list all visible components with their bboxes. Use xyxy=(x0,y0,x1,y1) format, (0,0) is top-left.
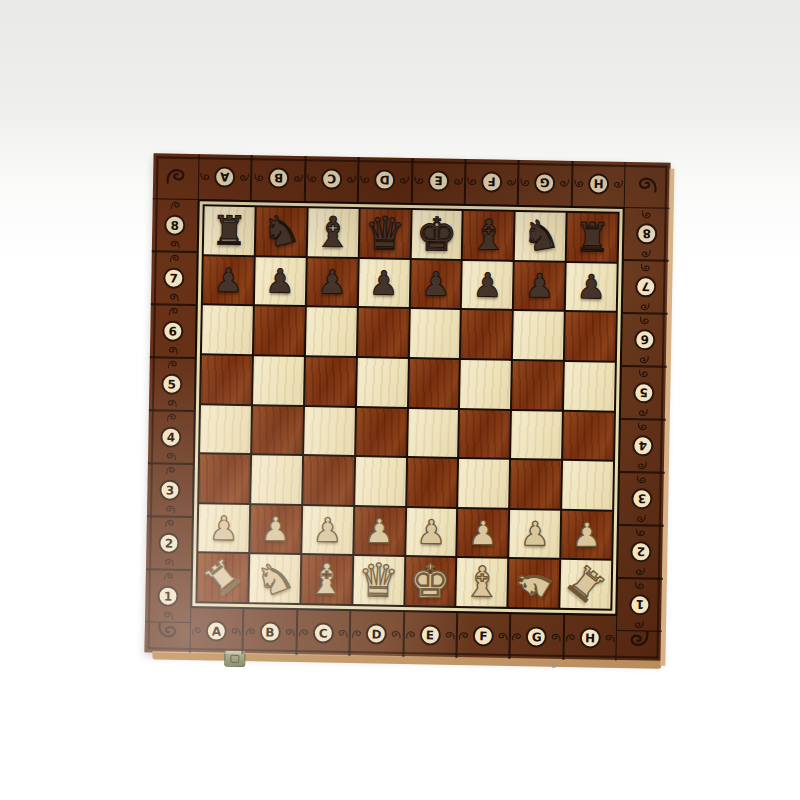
square-a2[interactable]: ♟ xyxy=(198,504,249,553)
scroll-curl-ornament xyxy=(413,175,425,187)
scroll-curl-ornament xyxy=(634,579,646,591)
scroll-curl-ornament xyxy=(351,628,363,640)
square-d6[interactable] xyxy=(358,308,409,357)
rank-label-right-2-text: 2 xyxy=(637,546,646,558)
file-label-top-g-text: G xyxy=(540,177,550,189)
piece-white-knight-b1[interactable]: ♞ xyxy=(250,553,299,604)
piece-black-pawn-c7[interactable]: ♟ xyxy=(317,265,347,299)
scroll-curl-ornament xyxy=(639,300,651,312)
scroll-curl-ornament xyxy=(565,631,577,643)
file-label-top-c-text: C xyxy=(327,173,336,185)
file-label-top-e-text: E xyxy=(434,175,442,187)
scroll-curl-ornament xyxy=(519,177,531,189)
rank-label-left-1: 1 xyxy=(145,569,191,623)
file-label-bottom-a-circle: A xyxy=(206,620,227,641)
square-f2[interactable]: ♟ xyxy=(458,509,509,558)
square-d3[interactable] xyxy=(355,457,406,506)
rank-label-right-1-circle: 1 xyxy=(629,594,650,615)
piece-white-pawn-b2[interactable]: ♟ xyxy=(260,512,290,546)
file-label-top-h: H xyxy=(571,161,625,207)
scroll-curl-ornament xyxy=(398,174,410,186)
square-c2[interactable]: ♟ xyxy=(302,506,353,555)
scroll-curl-ornament xyxy=(166,359,178,371)
rank-label-right-3-text: 3 xyxy=(638,493,647,505)
rank-label-left-4: 4 xyxy=(148,410,194,464)
file-label-bottom-c-text: C xyxy=(319,627,328,639)
rank-label-left-5: 5 xyxy=(149,357,195,411)
square-d8[interactable]: ♛ xyxy=(359,209,410,258)
scroll-curl-ornament xyxy=(558,177,570,189)
square-b7[interactable]: ♟ xyxy=(255,257,306,306)
file-label-bottom-b-text: B xyxy=(265,626,274,638)
scroll-curl-ornament xyxy=(230,625,242,637)
frame-corner-ornament-tl xyxy=(153,153,199,199)
file-label-bottom-b-circle: B xyxy=(259,621,280,642)
scroll-curl-ornament xyxy=(636,459,648,471)
scroll-curl-ornament xyxy=(497,630,509,642)
rank-label-right-7-text: 7 xyxy=(641,281,650,293)
file-label-bottom-h-circle: H xyxy=(579,627,600,648)
rank-label-left-6-circle: 6 xyxy=(162,320,183,341)
square-h1[interactable]: ♜ xyxy=(560,560,611,609)
rank-label-right-4-text: 4 xyxy=(639,440,648,452)
file-label-top-b-circle: B xyxy=(268,167,289,188)
square-c3[interactable] xyxy=(303,456,354,505)
frame-corner-ornament-tr xyxy=(625,162,671,208)
square-f8[interactable]: ♝ xyxy=(463,211,514,260)
file-label-top-c-circle: C xyxy=(321,168,342,189)
scroll-curl-ornament xyxy=(641,208,653,220)
square-h2[interactable]: ♟ xyxy=(561,511,612,560)
square-b3[interactable] xyxy=(251,455,302,504)
scroll-curl-ornament xyxy=(639,314,651,326)
piece-black-pawn-d7[interactable]: ♟ xyxy=(369,266,399,300)
board-inlay-margin: ♜♞♝♛♚♝♞♜♟♟♟♟♟♟♟♟♟♟♟♟♟♟♟♟♜♞♝♛♚♝♞♜ xyxy=(192,201,622,614)
scroll-curl-ornament xyxy=(511,630,523,642)
scroll-curl-ornament xyxy=(298,627,310,639)
rank-label-left-3-text: 3 xyxy=(166,484,175,496)
piece-black-pawn-e7[interactable]: ♟ xyxy=(421,267,451,301)
file-label-top-e-circle: E xyxy=(428,170,449,191)
rank-label-right-7-circle: 7 xyxy=(635,276,656,297)
rank-label-right-3-circle: 3 xyxy=(631,488,652,509)
square-c6[interactable] xyxy=(306,307,357,356)
file-label-top-f-text: F xyxy=(488,176,496,188)
square-f6[interactable] xyxy=(461,310,512,359)
square-a5[interactable] xyxy=(201,355,252,404)
square-h3[interactable] xyxy=(562,461,613,510)
rank-label-left-1-circle: 1 xyxy=(157,585,178,606)
square-a7[interactable]: ♟ xyxy=(203,256,254,305)
scroll-curl-ornament xyxy=(191,625,203,637)
scroll-curl-ornament xyxy=(636,473,648,485)
square-h8[interactable]: ♜ xyxy=(567,213,618,262)
file-label-bottom-c: C xyxy=(296,610,350,656)
scroll-curl-ornament xyxy=(635,526,647,538)
file-label-bottom-d-circle: D xyxy=(366,623,387,644)
file-label-bottom-a: A xyxy=(189,608,243,654)
square-g2[interactable]: ♟ xyxy=(510,510,561,559)
file-label-bottom-f-circle: F xyxy=(473,625,494,646)
rank-label-left-1-text: 1 xyxy=(164,590,173,602)
scroll-curl-ornament xyxy=(283,626,295,638)
scroll-curl-ornament xyxy=(164,451,176,463)
square-d2[interactable]: ♟ xyxy=(354,507,405,556)
scroll-curl-ornament xyxy=(168,253,180,265)
file-label-bottom-e: E xyxy=(403,612,457,658)
file-label-bottom-e-text: E xyxy=(426,629,434,641)
square-b5[interactable] xyxy=(253,356,304,405)
piece-white-pawn-f2[interactable]: ♟ xyxy=(468,516,498,550)
square-c7[interactable]: ♟ xyxy=(307,258,358,307)
square-h6[interactable] xyxy=(565,312,616,361)
scroll-curl-ornament xyxy=(163,557,175,569)
piece-black-knight-g8[interactable]: ♞ xyxy=(519,213,562,259)
piece-black-knight-b8[interactable]: ♞ xyxy=(258,207,304,256)
file-label-bottom-a-text: A xyxy=(212,625,222,637)
scroll-curl-ornament xyxy=(466,176,478,188)
square-d4[interactable] xyxy=(356,408,407,457)
piece-black-pawn-g7[interactable]: ♟ xyxy=(524,269,554,303)
scroll-curl-ornament xyxy=(638,367,650,379)
scroll-curl-ornament xyxy=(637,420,649,432)
scroll-curl-ornament xyxy=(404,628,416,640)
square-f3[interactable] xyxy=(459,459,510,508)
square-b6[interactable] xyxy=(254,306,305,355)
rank-label-left-8-text: 8 xyxy=(171,219,180,231)
rank-label-right-8-text: 8 xyxy=(642,228,651,240)
scroll-curl-ornament xyxy=(633,618,645,630)
scroll-curl-ornament xyxy=(167,306,179,318)
square-b1[interactable]: ♞ xyxy=(249,555,300,604)
piece-white-knight-g1[interactable]: ♞ xyxy=(507,557,561,610)
rank-label-left-5-text: 5 xyxy=(168,378,177,390)
rank-label-right-8-circle: 8 xyxy=(636,223,657,244)
scroll-curl-ornament xyxy=(306,173,318,185)
square-e6[interactable] xyxy=(409,309,460,358)
scroll-curl-ornament xyxy=(244,626,256,638)
rank-label-right-5-text: 5 xyxy=(640,387,649,399)
square-g8[interactable]: ♞ xyxy=(515,212,566,261)
rank-label-left-2-circle: 2 xyxy=(158,532,179,553)
scroll-curl-ornament xyxy=(359,174,371,186)
rank-label-left-2-text: 2 xyxy=(165,537,174,549)
rank-label-left-7-text: 7 xyxy=(170,272,179,284)
frame-bottom-file-labels: ABCDEFGH xyxy=(189,607,617,661)
rank-label-right-8: 8 xyxy=(624,207,670,261)
file-label-top-b: B xyxy=(251,155,305,201)
scroll-curl-ornament xyxy=(163,164,187,188)
file-label-bottom-f-text: F xyxy=(479,630,487,642)
file-label-top-e: E xyxy=(411,158,465,204)
file-label-top-a-text: A xyxy=(220,171,230,183)
scroll-curl-ornament xyxy=(604,632,616,644)
rank-label-left-5-circle: 5 xyxy=(161,373,182,394)
scroll-curl-ornament xyxy=(637,406,649,418)
piece-white-bishop-c1[interactable]: ♝ xyxy=(307,558,345,601)
square-b4[interactable] xyxy=(252,406,303,455)
piece-black-pawn-h7[interactable]: ♟ xyxy=(576,270,606,304)
scroll-curl-ornament xyxy=(253,172,265,184)
scroll-curl-ornament xyxy=(635,512,647,524)
square-a3[interactable] xyxy=(199,454,250,503)
square-a4[interactable] xyxy=(200,405,251,454)
piece-white-queen-d1[interactable]: ♛ xyxy=(357,557,399,604)
square-e7[interactable]: ♟ xyxy=(410,260,461,309)
file-label-top-d-text: D xyxy=(380,174,390,186)
scroll-curl-ornament xyxy=(164,465,176,477)
scroll-curl-ornament xyxy=(635,173,659,197)
square-f4[interactable] xyxy=(459,409,510,458)
piece-white-rook-h1[interactable]: ♜ xyxy=(559,558,612,612)
scroll-curl-ornament xyxy=(452,175,464,187)
square-e8[interactable]: ♚ xyxy=(411,210,462,259)
square-e4[interactable] xyxy=(408,409,459,458)
small-debris xyxy=(551,664,556,668)
file-label-top-a: A xyxy=(198,154,252,200)
scroll-curl-ornament xyxy=(162,610,174,622)
piece-white-pawn-c2[interactable]: ♟ xyxy=(312,513,342,547)
square-b2[interactable]: ♟ xyxy=(250,505,301,554)
piece-white-pawn-h2[interactable]: ♟ xyxy=(572,518,602,552)
scroll-curl-ornament xyxy=(165,412,177,424)
square-g7[interactable]: ♟ xyxy=(514,262,565,311)
photo-background: ABCDEFGH ABCDEFGH 87654321 87654321 ♜♞♝♛… xyxy=(0,0,800,800)
square-e2[interactable]: ♟ xyxy=(406,508,457,557)
rank-label-left-8: 8 xyxy=(152,198,198,252)
square-e1[interactable]: ♚ xyxy=(405,557,456,606)
scroll-curl-ornament xyxy=(443,629,455,641)
scroll-curl-ornament xyxy=(165,398,177,410)
file-label-bottom-f: F xyxy=(456,613,510,659)
rank-label-right-6-text: 6 xyxy=(640,334,649,346)
scroll-curl-ornament xyxy=(163,504,175,516)
square-c5[interactable] xyxy=(305,357,356,406)
file-label-bottom-h: H xyxy=(563,615,617,661)
scroll-curl-ornament xyxy=(292,172,304,184)
rank-label-right-4: 4 xyxy=(620,419,666,473)
piece-white-rook-a1[interactable]: ♜ xyxy=(196,551,249,605)
piece-white-pawn-d2[interactable]: ♟ xyxy=(364,514,394,548)
frame-right-rank-labels: 87654321 xyxy=(616,207,669,617)
rank-label-left-4-text: 4 xyxy=(167,431,176,443)
square-e5[interactable] xyxy=(409,359,460,408)
square-g5[interactable] xyxy=(512,361,563,410)
scroll-curl-ornament xyxy=(163,518,175,530)
scroll-curl-ornament xyxy=(612,178,624,190)
file-label-top-h-circle: H xyxy=(588,173,609,194)
square-c1[interactable]: ♝ xyxy=(301,555,352,604)
file-label-top-f-circle: F xyxy=(481,171,502,192)
scroll-curl-ornament xyxy=(640,247,652,259)
square-h5[interactable] xyxy=(564,362,615,411)
file-label-top-a-circle: A xyxy=(214,166,235,187)
file-label-bottom-h-text: H xyxy=(585,632,595,644)
scroll-curl-ornament xyxy=(550,631,562,643)
square-c8[interactable]: ♝ xyxy=(308,208,359,257)
piece-white-king-e1[interactable]: ♚ xyxy=(409,558,451,605)
piece-black-rook-a8[interactable]: ♜ xyxy=(211,210,248,251)
rank-label-right-1-text: 1 xyxy=(636,599,645,611)
file-label-bottom-g: G xyxy=(510,614,564,660)
rank-label-right-7: 7 xyxy=(623,260,669,314)
rank-label-right-5-circle: 5 xyxy=(633,382,654,403)
square-a1[interactable]: ♜ xyxy=(197,554,248,603)
file-label-top-c: C xyxy=(305,156,359,202)
rank-label-left-6: 6 xyxy=(150,304,196,358)
rank-label-left-3-circle: 3 xyxy=(159,479,180,500)
frame-left-rank-labels: 87654321 xyxy=(145,198,198,608)
square-b8[interactable]: ♞ xyxy=(256,207,307,256)
scroll-curl-ornament xyxy=(505,176,517,188)
file-label-top-g: G xyxy=(518,160,572,206)
piece-white-bishop-f1[interactable]: ♝ xyxy=(463,561,501,604)
rank-label-left-7-circle: 7 xyxy=(163,268,184,289)
rank-label-right-2: 2 xyxy=(618,525,664,579)
scroll-curl-ornament xyxy=(167,292,179,304)
file-label-bottom-g-text: G xyxy=(532,631,542,643)
scroll-curl-ornament xyxy=(169,200,181,212)
square-d7[interactable]: ♟ xyxy=(358,259,409,308)
square-g3[interactable] xyxy=(510,460,561,509)
piece-black-pawn-a7[interactable]: ♟ xyxy=(213,263,243,297)
scroll-curl-ornament xyxy=(168,239,180,251)
scroll-curl-ornament xyxy=(458,629,470,641)
file-label-top-d: D xyxy=(358,157,412,203)
file-label-bottom-c-circle: C xyxy=(313,622,334,643)
frame-top-file-labels: ABCDEFGH xyxy=(198,154,626,208)
scroll-curl-ornament xyxy=(199,171,211,183)
file-label-bottom-g-circle: G xyxy=(526,626,547,647)
square-d1[interactable]: ♛ xyxy=(353,556,404,605)
square-h7[interactable]: ♟ xyxy=(566,263,617,312)
rank-label-right-2-circle: 2 xyxy=(630,541,651,562)
scroll-curl-ornament xyxy=(638,353,650,365)
scroll-curl-ornament xyxy=(390,628,402,640)
square-f5[interactable] xyxy=(460,360,511,409)
rank-label-left-4-circle: 4 xyxy=(160,426,181,447)
rank-label-right-6-circle: 6 xyxy=(634,329,655,350)
square-g1[interactable]: ♞ xyxy=(509,559,560,608)
scroll-curl-ornament xyxy=(337,627,349,639)
square-e3[interactable] xyxy=(407,458,458,507)
piece-black-pawn-b7[interactable]: ♟ xyxy=(265,264,295,298)
rank-label-left-2: 2 xyxy=(146,516,192,570)
square-d5[interactable] xyxy=(357,358,408,407)
piece-white-pawn-g2[interactable]: ♟ xyxy=(520,517,550,551)
square-f1[interactable]: ♝ xyxy=(457,558,508,607)
scroll-curl-ornament xyxy=(640,261,652,273)
rank-label-right-1: 1 xyxy=(617,578,663,632)
file-label-top-d-circle: D xyxy=(374,169,395,190)
piece-black-king-e8[interactable]: ♚ xyxy=(416,211,458,258)
square-g4[interactable] xyxy=(511,410,562,459)
piece-white-pawn-a2[interactable]: ♟ xyxy=(209,511,239,545)
file-label-top-h-text: H xyxy=(593,178,603,190)
square-a6[interactable] xyxy=(202,305,253,354)
square-h4[interactable] xyxy=(563,411,614,460)
piece-black-pawn-f7[interactable]: ♟ xyxy=(472,268,502,302)
rank-label-left-3: 3 xyxy=(147,463,193,517)
rank-label-left-6-text: 6 xyxy=(169,325,178,337)
square-a8[interactable]: ♜ xyxy=(204,206,255,255)
playing-area: ♜♞♝♛♚♝♞♜♟♟♟♟♟♟♟♟♟♟♟♟♟♟♟♟♜♞♝♛♚♝♞♜ xyxy=(190,199,624,616)
file-label-bottom-d: D xyxy=(350,611,404,657)
scroll-curl-ornament xyxy=(238,171,250,183)
piece-black-bishop-f8[interactable]: ♝ xyxy=(469,214,507,257)
square-c4[interactable] xyxy=(304,407,355,456)
piece-black-bishop-c8[interactable]: ♝ xyxy=(314,211,352,254)
rank-label-right-5: 5 xyxy=(621,366,667,420)
file-label-bottom-e-circle: E xyxy=(419,624,440,645)
squares-grid: ♜♞♝♛♚♝♞♜♟♟♟♟♟♟♟♟♟♟♟♟♟♟♟♟♜♞♝♛♚♝♞♜ xyxy=(195,204,619,611)
file-label-top-g-circle: G xyxy=(534,172,555,193)
scroll-curl-ornament xyxy=(345,173,357,185)
file-label-top-b-text: B xyxy=(274,172,283,184)
scroll-curl-ornament xyxy=(634,565,646,577)
piece-black-rook-h8[interactable]: ♜ xyxy=(574,217,611,258)
rank-label-left-8-circle: 8 xyxy=(164,215,185,236)
rank-label-right-4-circle: 4 xyxy=(632,435,653,456)
scroll-curl-ornament xyxy=(166,345,178,357)
square-g6[interactable] xyxy=(513,311,564,360)
rank-label-right-6: 6 xyxy=(622,313,668,367)
file-label-top-f: F xyxy=(465,159,519,205)
file-label-bottom-d-text: D xyxy=(372,628,382,640)
square-f7[interactable]: ♟ xyxy=(462,261,513,310)
piece-white-pawn-e2[interactable]: ♟ xyxy=(416,515,446,549)
chessboard: ABCDEFGH ABCDEFGH 87654321 87654321 ♜♞♝♛… xyxy=(144,153,670,661)
rank-label-left-7: 7 xyxy=(151,251,197,305)
scroll-curl-ornament xyxy=(573,177,585,189)
piece-black-queen-d8[interactable]: ♛ xyxy=(364,210,406,257)
rank-label-right-3: 3 xyxy=(619,472,665,526)
scroll-curl-ornament xyxy=(162,571,174,583)
file-label-bottom-b: B xyxy=(243,609,297,655)
